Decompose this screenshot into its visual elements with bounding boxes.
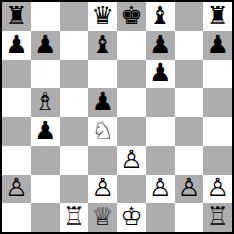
square-g2[interactable]: ♙: [175, 175, 204, 204]
square-d1[interactable]: ♕: [88, 203, 117, 232]
square-e3[interactable]: ♙: [117, 146, 146, 175]
square-g4[interactable]: [175, 117, 204, 146]
square-a8[interactable]: ♜: [2, 2, 31, 31]
piece-black-queen: ♛: [91, 3, 113, 28]
chess-board: ♜♛♚♝♜♟♟♝♟♟♟♗♟♟♘♙♙♙♙♙♙♖♕♔♖: [2, 2, 232, 232]
piece-black-pawn: ♟: [91, 89, 113, 114]
square-c1[interactable]: ♖: [60, 203, 89, 232]
square-d8[interactable]: ♛: [88, 2, 117, 31]
square-c6[interactable]: [60, 60, 89, 89]
square-a2[interactable]: ♙: [2, 175, 31, 204]
square-b7[interactable]: ♟: [31, 31, 60, 60]
square-f7[interactable]: ♟: [146, 31, 175, 60]
square-f3[interactable]: [146, 146, 175, 175]
square-c2[interactable]: [60, 175, 89, 204]
square-b1[interactable]: [31, 203, 60, 232]
square-f6[interactable]: ♟: [146, 60, 175, 89]
piece-black-pawn: ♟: [34, 32, 56, 57]
square-h3[interactable]: [203, 146, 232, 175]
square-e4[interactable]: [117, 117, 146, 146]
square-c5[interactable]: [60, 88, 89, 117]
piece-black-pawn: ♟: [34, 118, 56, 143]
square-a4[interactable]: [2, 117, 31, 146]
piece-white-queen: ♕: [91, 204, 113, 229]
square-d7[interactable]: ♝: [88, 31, 117, 60]
chess-board-frame: ♜♛♚♝♜♟♟♝♟♟♟♗♟♟♘♙♙♙♙♙♙♖♕♔♖: [0, 0, 234, 234]
square-f1[interactable]: [146, 203, 175, 232]
piece-white-pawn: ♙: [91, 175, 113, 200]
square-a7[interactable]: ♟: [2, 31, 31, 60]
square-f5[interactable]: [146, 88, 175, 117]
piece-white-rook: ♖: [63, 204, 85, 229]
piece-white-pawn: ♙: [206, 175, 228, 200]
square-d5[interactable]: ♟: [88, 88, 117, 117]
square-a5[interactable]: [2, 88, 31, 117]
piece-white-bishop: ♗: [34, 89, 56, 114]
square-h1[interactable]: ♖: [203, 203, 232, 232]
square-g7[interactable]: [175, 31, 204, 60]
square-e8[interactable]: ♚: [117, 2, 146, 31]
piece-black-rook: ♜: [5, 3, 27, 28]
square-a3[interactable]: [2, 146, 31, 175]
piece-white-pawn: ♙: [120, 147, 142, 172]
piece-black-bishop: ♝: [149, 3, 171, 28]
square-a6[interactable]: [2, 60, 31, 89]
square-b6[interactable]: [31, 60, 60, 89]
piece-white-king: ♔: [120, 204, 142, 229]
square-b4[interactable]: ♟: [31, 117, 60, 146]
square-b8[interactable]: [31, 2, 60, 31]
square-f2[interactable]: ♙: [146, 175, 175, 204]
square-c8[interactable]: [60, 2, 89, 31]
square-f8[interactable]: ♝: [146, 2, 175, 31]
square-g8[interactable]: [175, 2, 204, 31]
square-h2[interactable]: ♙: [203, 175, 232, 204]
piece-white-rook: ♖: [206, 204, 228, 229]
square-g6[interactable]: [175, 60, 204, 89]
square-h8[interactable]: ♜: [203, 2, 232, 31]
square-c4[interactable]: [60, 117, 89, 146]
square-e5[interactable]: [117, 88, 146, 117]
square-g5[interactable]: [175, 88, 204, 117]
square-e2[interactable]: [117, 175, 146, 204]
square-b3[interactable]: [31, 146, 60, 175]
square-d6[interactable]: [88, 60, 117, 89]
square-d2[interactable]: ♙: [88, 175, 117, 204]
square-a1[interactable]: [2, 203, 31, 232]
piece-black-bishop: ♝: [91, 32, 113, 57]
piece-white-knight: ♘: [91, 118, 113, 143]
piece-black-pawn: ♟: [149, 60, 171, 85]
square-d4[interactable]: ♘: [88, 117, 117, 146]
piece-white-pawn: ♙: [149, 175, 171, 200]
square-g1[interactable]: [175, 203, 204, 232]
square-h4[interactable]: [203, 117, 232, 146]
square-d3[interactable]: [88, 146, 117, 175]
square-h5[interactable]: [203, 88, 232, 117]
square-e7[interactable]: [117, 31, 146, 60]
square-h6[interactable]: [203, 60, 232, 89]
piece-black-pawn: ♟: [5, 32, 27, 57]
square-b5[interactable]: ♗: [31, 88, 60, 117]
piece-black-rook: ♜: [206, 3, 228, 28]
piece-white-pawn: ♙: [5, 175, 27, 200]
piece-black-pawn: ♟: [206, 32, 228, 57]
square-e6[interactable]: [117, 60, 146, 89]
square-h7[interactable]: ♟: [203, 31, 232, 60]
piece-black-king: ♚: [120, 3, 142, 28]
piece-white-pawn: ♙: [178, 175, 200, 200]
square-b2[interactable]: [31, 175, 60, 204]
square-e1[interactable]: ♔: [117, 203, 146, 232]
square-c3[interactable]: [60, 146, 89, 175]
square-g3[interactable]: [175, 146, 204, 175]
piece-black-pawn: ♟: [149, 32, 171, 57]
square-f4[interactable]: [146, 117, 175, 146]
square-c7[interactable]: [60, 31, 89, 60]
